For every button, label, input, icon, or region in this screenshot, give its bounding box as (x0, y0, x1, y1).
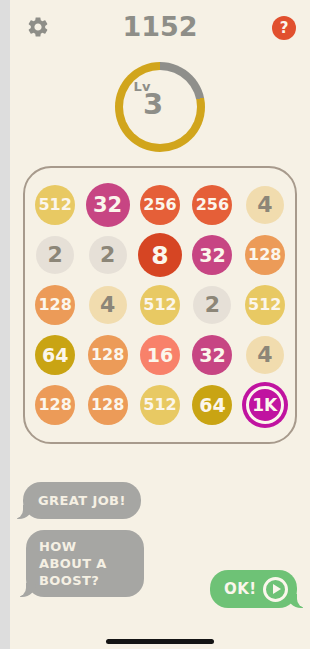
tile-value: 128 (38, 397, 71, 413)
tile-4[interactable]: 4 (246, 186, 284, 224)
board-cell: 32 (186, 230, 238, 280)
board-cell: 4 (81, 280, 133, 330)
board-cell: 128 (29, 280, 81, 330)
board-cell: 128 (81, 330, 133, 380)
board-cell: 512 (134, 380, 186, 430)
board-cell: 512 (29, 180, 81, 230)
tile-value: 512 (248, 297, 281, 313)
tile-value: 4 (257, 344, 272, 366)
board-cell: 512 (134, 280, 186, 330)
board-cell: 2 (81, 230, 133, 280)
tile-value: 128 (91, 347, 124, 363)
board-cell: 256 (134, 180, 186, 230)
tile-128[interactable]: 128 (35, 285, 75, 325)
board-cell: 512 (239, 280, 291, 330)
tile-32[interactable]: 32 (192, 235, 232, 275)
tile-value: 512 (143, 397, 176, 413)
tile-4[interactable]: 4 (246, 336, 284, 374)
tile-value: 1K (252, 397, 277, 414)
tile-value: 128 (91, 397, 124, 413)
help-button[interactable]: ? (272, 16, 296, 40)
tile-512[interactable]: 512 (140, 285, 180, 325)
tile-128[interactable]: 128 (245, 235, 285, 275)
level-ring-inner: Lv 3 (123, 70, 197, 144)
ok-button[interactable]: OK! (210, 570, 297, 608)
tile-value: 2 (100, 244, 115, 266)
ok-button-label: OK! (224, 580, 256, 598)
tile-value: 2 (205, 294, 220, 316)
score: 1152 (10, 11, 310, 42)
tile-value: 32 (199, 346, 225, 365)
board-cell: 128 (81, 380, 133, 430)
tile-value: 256 (196, 197, 229, 213)
tile-value: 32 (93, 195, 122, 216)
tile-2[interactable]: 2 (89, 236, 127, 274)
tile-value: 16 (147, 346, 173, 365)
tile-16[interactable]: 16 (140, 335, 180, 375)
tile-512[interactable]: 512 (140, 385, 180, 425)
board-cell: 2 (29, 230, 81, 280)
board-cell: 128 (239, 230, 291, 280)
board-cell: 4 (239, 330, 291, 380)
chat-message-2-text: HOW ABOUT A BOOST? (39, 538, 131, 589)
tile-256[interactable]: 256 (192, 185, 232, 225)
tile-2[interactable]: 2 (193, 286, 231, 324)
play-triangle-icon (273, 584, 281, 594)
board-cell: 4 (239, 180, 291, 230)
tile-512[interactable]: 512 (35, 185, 75, 225)
tile-value: 128 (248, 247, 281, 263)
tile-32[interactable]: 32 (192, 335, 232, 375)
chat-message-1: GREAT JOB! (23, 482, 141, 519)
tile-2[interactable]: 2 (36, 236, 74, 274)
board-cell: 8 (134, 230, 186, 280)
board-cell: 256 (186, 180, 238, 230)
tile-128[interactable]: 128 (35, 385, 75, 425)
tile-value: 512 (38, 197, 71, 213)
board-cell: 32 (81, 180, 133, 230)
tile-value: 128 (38, 297, 71, 313)
tile-32[interactable]: 32 (86, 183, 130, 227)
question-mark-icon: ? (280, 19, 289, 37)
tile-value: 8 (151, 243, 168, 268)
tile-value: 2 (48, 244, 63, 266)
tile-value: 32 (199, 246, 225, 265)
tile-128[interactable]: 128 (88, 335, 128, 375)
board-cell: 128 (29, 380, 81, 430)
chat-message-2: HOW ABOUT A BOOST? (26, 530, 144, 597)
tile-8[interactable]: 8 (138, 233, 182, 277)
level-ring: Lv 3 (115, 62, 205, 152)
tile-value: 64 (199, 396, 225, 415)
board-cell: 1K (239, 380, 291, 430)
tile-128[interactable]: 128 (88, 385, 128, 425)
tile-512[interactable]: 512 (245, 285, 285, 325)
tile-value: 4 (257, 194, 272, 216)
home-indicator[interactable] (106, 639, 214, 644)
tile-4[interactable]: 4 (89, 286, 127, 324)
board-cell: 32 (186, 330, 238, 380)
tile-1K[interactable]: 1K (242, 382, 288, 428)
board-cell: 16 (134, 330, 186, 380)
tile-64[interactable]: 64 (35, 335, 75, 375)
tile-value: 4 (100, 294, 115, 316)
level-value: 3 (143, 87, 163, 121)
board-cell: 2 (186, 280, 238, 330)
app-screen: 1152 ? Lv 3 5123225625642283212812845122… (10, 0, 310, 649)
chat-message-1-text: GREAT JOB! (38, 493, 126, 508)
tile-64[interactable]: 64 (192, 385, 232, 425)
play-icon (263, 577, 288, 602)
board-cell: 64 (186, 380, 238, 430)
board-cell: 64 (29, 330, 81, 380)
tile-value: 64 (42, 346, 68, 365)
tile-value: 256 (143, 197, 176, 213)
board: 5123225625642283212812845122512641281632… (23, 166, 297, 444)
tile-256[interactable]: 256 (140, 185, 180, 225)
tile-value: 512 (143, 297, 176, 313)
